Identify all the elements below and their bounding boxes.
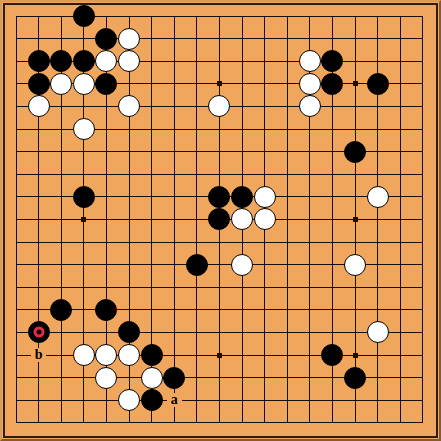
black-stone [344,367,366,389]
white-stone [299,73,321,95]
star-point [353,353,358,358]
white-stone [231,208,253,230]
red-circle-mark [33,327,44,338]
white-stone [208,95,230,117]
black-stone [73,5,95,27]
black-stone [28,50,50,72]
white-stone [299,95,321,117]
black-stone [73,186,95,208]
white-stone [231,254,253,276]
star-point [353,217,358,222]
black-stone [95,299,117,321]
white-stone [73,73,95,95]
white-stone [73,118,95,140]
black-stone [73,50,95,72]
white-stone [95,344,117,366]
black-stone [231,186,253,208]
black-stone [344,141,366,163]
star-point [81,217,86,222]
white-stone [73,344,95,366]
go-board[interactable]: ab [0,0,441,441]
black-stone [208,186,230,208]
white-stone [95,367,117,389]
white-stone [367,186,389,208]
white-stone [118,95,140,117]
white-stone [254,186,276,208]
star-point [217,81,222,86]
star-point [217,353,222,358]
white-stone [118,28,140,50]
grid-line-horizontal [16,242,424,243]
black-stone [141,389,163,411]
white-stone [118,389,140,411]
black-stone [50,299,72,321]
black-stone [50,50,72,72]
grid-line-horizontal [16,400,424,401]
marked-black-stone [28,321,50,343]
white-stone [367,321,389,343]
black-stone [321,50,343,72]
black-stone [321,344,343,366]
black-stone [28,73,50,95]
grid-line-horizontal [16,332,424,333]
black-stone [95,73,117,95]
white-stone [50,73,72,95]
black-stone [321,73,343,95]
white-stone [118,344,140,366]
white-stone [344,254,366,276]
grid-line-horizontal [16,309,424,310]
black-stone [208,208,230,230]
white-stone [254,208,276,230]
black-stone [141,344,163,366]
board-label-b: b [31,348,46,362]
black-stone [367,73,389,95]
black-stone [118,321,140,343]
white-stone [299,50,321,72]
white-stone [118,50,140,72]
grid-line-vertical [422,16,423,424]
white-stone [95,50,117,72]
star-point [353,81,358,86]
black-stone [163,367,185,389]
black-stone [186,254,208,276]
white-stone [141,367,163,389]
grid-line-vertical [287,16,288,424]
white-stone [28,95,50,117]
black-stone [95,28,117,50]
grid-line-horizontal [16,287,424,288]
grid-line-horizontal [16,422,424,423]
grid-line-vertical [400,16,401,424]
board-label-a: a [167,393,182,407]
